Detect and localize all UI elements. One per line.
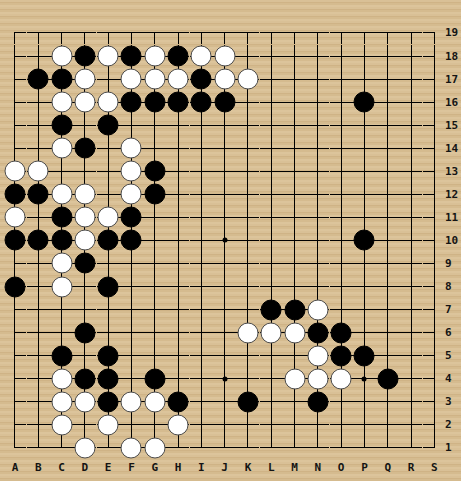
intersection-N18[interactable] xyxy=(306,45,329,68)
intersection-N16[interactable] xyxy=(306,91,329,114)
intersection-R3[interactable] xyxy=(399,390,422,413)
intersection-E15[interactable] xyxy=(97,114,120,137)
intersection-G16[interactable] xyxy=(143,91,166,114)
intersection-B18[interactable] xyxy=(27,45,50,68)
intersection-D7[interactable] xyxy=(73,298,96,321)
intersection-O16[interactable] xyxy=(330,91,353,114)
intersection-B2[interactable] xyxy=(27,413,50,436)
intersection-K18[interactable] xyxy=(236,45,259,68)
intersection-B1[interactable] xyxy=(27,436,50,459)
intersection-M3[interactable] xyxy=(283,390,306,413)
intersection-J10[interactable] xyxy=(213,229,236,252)
intersection-A6[interactable] xyxy=(3,321,26,344)
intersection-P19[interactable] xyxy=(353,21,376,44)
intersection-D9[interactable] xyxy=(73,252,96,275)
intersection-C15[interactable] xyxy=(50,114,73,137)
intersection-E3[interactable] xyxy=(97,390,120,413)
intersection-Q12[interactable] xyxy=(376,183,399,206)
intersection-E11[interactable] xyxy=(97,206,120,229)
intersection-Q3[interactable] xyxy=(376,390,399,413)
intersection-M2[interactable] xyxy=(283,413,306,436)
intersection-M6[interactable] xyxy=(283,321,306,344)
intersection-M10[interactable] xyxy=(283,229,306,252)
intersection-O5[interactable] xyxy=(330,344,353,367)
intersection-F9[interactable] xyxy=(120,252,143,275)
intersection-K14[interactable] xyxy=(236,137,259,160)
intersection-P13[interactable] xyxy=(353,160,376,183)
intersection-F3[interactable] xyxy=(120,390,143,413)
intersection-G4[interactable] xyxy=(143,367,166,390)
intersection-Q18[interactable] xyxy=(376,45,399,68)
intersection-I3[interactable] xyxy=(190,390,213,413)
intersection-K2[interactable] xyxy=(236,413,259,436)
intersection-B16[interactable] xyxy=(27,91,50,114)
intersection-H17[interactable] xyxy=(166,68,189,91)
intersection-N9[interactable] xyxy=(306,252,329,275)
intersection-N6[interactable] xyxy=(306,321,329,344)
intersection-G7[interactable] xyxy=(143,298,166,321)
intersection-N15[interactable] xyxy=(306,114,329,137)
intersection-N3[interactable] xyxy=(306,390,329,413)
intersection-F12[interactable] xyxy=(120,183,143,206)
intersection-N1[interactable] xyxy=(306,436,329,459)
intersection-K7[interactable] xyxy=(236,298,259,321)
intersection-O19[interactable] xyxy=(330,21,353,44)
intersection-N11[interactable] xyxy=(306,206,329,229)
intersection-Q7[interactable] xyxy=(376,298,399,321)
intersection-D11[interactable] xyxy=(73,206,96,229)
intersection-K17[interactable] xyxy=(236,68,259,91)
intersection-C2[interactable] xyxy=(50,413,73,436)
intersection-H10[interactable] xyxy=(166,229,189,252)
intersection-R6[interactable] xyxy=(399,321,422,344)
intersection-M12[interactable] xyxy=(283,183,306,206)
intersection-L7[interactable] xyxy=(260,298,283,321)
intersection-G5[interactable] xyxy=(143,344,166,367)
intersection-N10[interactable] xyxy=(306,229,329,252)
intersection-O6[interactable] xyxy=(330,321,353,344)
intersection-N19[interactable] xyxy=(306,21,329,44)
intersection-M9[interactable] xyxy=(283,252,306,275)
intersection-R15[interactable] xyxy=(399,114,422,137)
intersection-M8[interactable] xyxy=(283,275,306,298)
intersection-C4[interactable] xyxy=(50,367,73,390)
intersection-Q17[interactable] xyxy=(376,68,399,91)
intersection-P12[interactable] xyxy=(353,183,376,206)
intersection-F5[interactable] xyxy=(120,344,143,367)
intersection-K8[interactable] xyxy=(236,275,259,298)
intersection-E8[interactable] xyxy=(97,275,120,298)
intersection-G15[interactable] xyxy=(143,114,166,137)
intersection-C19[interactable] xyxy=(50,21,73,44)
intersection-B11[interactable] xyxy=(27,206,50,229)
intersection-K11[interactable] xyxy=(236,206,259,229)
intersection-O2[interactable] xyxy=(330,413,353,436)
intersection-E18[interactable] xyxy=(97,45,120,68)
intersection-B12[interactable] xyxy=(27,183,50,206)
intersection-C16[interactable] xyxy=(50,91,73,114)
intersection-B19[interactable] xyxy=(27,21,50,44)
intersection-D3[interactable] xyxy=(73,390,96,413)
intersection-R9[interactable] xyxy=(399,252,422,275)
intersection-L12[interactable] xyxy=(260,183,283,206)
intersection-E5[interactable] xyxy=(97,344,120,367)
intersection-C14[interactable] xyxy=(50,137,73,160)
intersection-E14[interactable] xyxy=(97,137,120,160)
intersection-J14[interactable] xyxy=(213,137,236,160)
intersection-Q4[interactable] xyxy=(376,367,399,390)
intersection-I18[interactable] xyxy=(190,45,213,68)
intersection-I15[interactable] xyxy=(190,114,213,137)
intersection-H3[interactable] xyxy=(166,390,189,413)
intersection-I1[interactable] xyxy=(190,436,213,459)
intersection-A11[interactable] xyxy=(3,206,26,229)
intersection-N8[interactable] xyxy=(306,275,329,298)
intersection-D13[interactable] xyxy=(73,160,96,183)
intersection-L9[interactable] xyxy=(260,252,283,275)
intersection-G1[interactable] xyxy=(143,436,166,459)
intersection-E16[interactable] xyxy=(97,91,120,114)
intersection-G13[interactable] xyxy=(143,160,166,183)
intersection-O8[interactable] xyxy=(330,275,353,298)
intersection-G3[interactable] xyxy=(143,390,166,413)
intersection-Q8[interactable] xyxy=(376,275,399,298)
intersection-A8[interactable] xyxy=(3,275,26,298)
intersection-F10[interactable] xyxy=(120,229,143,252)
intersection-D6[interactable] xyxy=(73,321,96,344)
intersection-K5[interactable] xyxy=(236,344,259,367)
intersection-C8[interactable] xyxy=(50,275,73,298)
intersection-I12[interactable] xyxy=(190,183,213,206)
intersection-R16[interactable] xyxy=(399,91,422,114)
intersection-R8[interactable] xyxy=(399,275,422,298)
intersection-B14[interactable] xyxy=(27,137,50,160)
intersection-H15[interactable] xyxy=(166,114,189,137)
intersection-R2[interactable] xyxy=(399,413,422,436)
intersection-G14[interactable] xyxy=(143,137,166,160)
intersection-M4[interactable] xyxy=(283,367,306,390)
intersection-P3[interactable] xyxy=(353,390,376,413)
intersection-J12[interactable] xyxy=(213,183,236,206)
intersection-Q15[interactable] xyxy=(376,114,399,137)
intersection-A16[interactable] xyxy=(3,91,26,114)
intersection-J3[interactable] xyxy=(213,390,236,413)
intersection-L6[interactable] xyxy=(260,321,283,344)
intersection-P5[interactable] xyxy=(353,344,376,367)
intersection-E2[interactable] xyxy=(97,413,120,436)
intersection-J13[interactable] xyxy=(213,160,236,183)
intersection-H6[interactable] xyxy=(166,321,189,344)
intersection-B10[interactable] xyxy=(27,229,50,252)
intersection-P17[interactable] xyxy=(353,68,376,91)
intersection-O18[interactable] xyxy=(330,45,353,68)
intersection-F7[interactable] xyxy=(120,298,143,321)
intersection-R18[interactable] xyxy=(399,45,422,68)
intersection-J6[interactable] xyxy=(213,321,236,344)
intersection-P14[interactable] xyxy=(353,137,376,160)
intersection-E6[interactable] xyxy=(97,321,120,344)
intersection-I6[interactable] xyxy=(190,321,213,344)
intersection-O7[interactable] xyxy=(330,298,353,321)
intersection-K19[interactable] xyxy=(236,21,259,44)
intersection-A3[interactable] xyxy=(3,390,26,413)
intersection-A1[interactable] xyxy=(3,436,26,459)
intersection-N13[interactable] xyxy=(306,160,329,183)
intersection-M14[interactable] xyxy=(283,137,306,160)
intersection-H12[interactable] xyxy=(166,183,189,206)
intersection-Q14[interactable] xyxy=(376,137,399,160)
intersection-I9[interactable] xyxy=(190,252,213,275)
intersection-B17[interactable] xyxy=(27,68,50,91)
intersection-P18[interactable] xyxy=(353,45,376,68)
intersection-I14[interactable] xyxy=(190,137,213,160)
intersection-K12[interactable] xyxy=(236,183,259,206)
intersection-G10[interactable] xyxy=(143,229,166,252)
intersection-B8[interactable] xyxy=(27,275,50,298)
intersection-J15[interactable] xyxy=(213,114,236,137)
intersection-L19[interactable] xyxy=(260,21,283,44)
intersection-H11[interactable] xyxy=(166,206,189,229)
intersection-E7[interactable] xyxy=(97,298,120,321)
intersection-R14[interactable] xyxy=(399,137,422,160)
intersection-K10[interactable] xyxy=(236,229,259,252)
intersection-O3[interactable] xyxy=(330,390,353,413)
intersection-D2[interactable] xyxy=(73,413,96,436)
intersection-C13[interactable] xyxy=(50,160,73,183)
intersection-P7[interactable] xyxy=(353,298,376,321)
intersection-M18[interactable] xyxy=(283,45,306,68)
intersection-A10[interactable] xyxy=(3,229,26,252)
intersection-P10[interactable] xyxy=(353,229,376,252)
intersection-N17[interactable] xyxy=(306,68,329,91)
intersection-M1[interactable] xyxy=(283,436,306,459)
intersection-H1[interactable] xyxy=(166,436,189,459)
intersection-G6[interactable] xyxy=(143,321,166,344)
intersection-H14[interactable] xyxy=(166,137,189,160)
intersection-J4[interactable] xyxy=(213,367,236,390)
intersection-H8[interactable] xyxy=(166,275,189,298)
intersection-O9[interactable] xyxy=(330,252,353,275)
intersection-D4[interactable] xyxy=(73,367,96,390)
intersection-L2[interactable] xyxy=(260,413,283,436)
intersection-E19[interactable] xyxy=(97,21,120,44)
intersection-J18[interactable] xyxy=(213,45,236,68)
intersection-D16[interactable] xyxy=(73,91,96,114)
intersection-B5[interactable] xyxy=(27,344,50,367)
intersection-L1[interactable] xyxy=(260,436,283,459)
intersection-F19[interactable] xyxy=(120,21,143,44)
intersection-N14[interactable] xyxy=(306,137,329,160)
intersection-I11[interactable] xyxy=(190,206,213,229)
intersection-Q10[interactable] xyxy=(376,229,399,252)
intersection-R12[interactable] xyxy=(399,183,422,206)
intersection-G18[interactable] xyxy=(143,45,166,68)
intersection-G8[interactable] xyxy=(143,275,166,298)
intersection-J7[interactable] xyxy=(213,298,236,321)
intersection-R1[interactable] xyxy=(399,436,422,459)
intersection-H13[interactable] xyxy=(166,160,189,183)
intersection-I2[interactable] xyxy=(190,413,213,436)
intersection-A15[interactable] xyxy=(3,114,26,137)
intersection-R19[interactable] xyxy=(399,21,422,44)
intersection-K6[interactable] xyxy=(236,321,259,344)
intersection-E13[interactable] xyxy=(97,160,120,183)
intersection-H19[interactable] xyxy=(166,21,189,44)
intersection-B4[interactable] xyxy=(27,367,50,390)
intersection-G19[interactable] xyxy=(143,21,166,44)
intersection-L18[interactable] xyxy=(260,45,283,68)
intersection-F11[interactable] xyxy=(120,206,143,229)
intersection-K1[interactable] xyxy=(236,436,259,459)
intersection-N7[interactable] xyxy=(306,298,329,321)
intersection-O1[interactable] xyxy=(330,436,353,459)
intersection-F8[interactable] xyxy=(120,275,143,298)
intersection-P4[interactable] xyxy=(353,367,376,390)
intersection-J17[interactable] xyxy=(213,68,236,91)
intersection-A19[interactable] xyxy=(3,21,26,44)
intersection-H2[interactable] xyxy=(166,413,189,436)
intersection-C3[interactable] xyxy=(50,390,73,413)
intersection-D8[interactable] xyxy=(73,275,96,298)
intersection-L4[interactable] xyxy=(260,367,283,390)
intersection-F14[interactable] xyxy=(120,137,143,160)
intersection-L3[interactable] xyxy=(260,390,283,413)
intersection-C17[interactable] xyxy=(50,68,73,91)
intersection-D12[interactable] xyxy=(73,183,96,206)
intersection-L11[interactable] xyxy=(260,206,283,229)
intersection-A17[interactable] xyxy=(3,68,26,91)
intersection-O11[interactable] xyxy=(330,206,353,229)
intersection-C18[interactable] xyxy=(50,45,73,68)
intersection-F1[interactable] xyxy=(120,436,143,459)
intersection-A13[interactable] xyxy=(3,160,26,183)
intersection-Q6[interactable] xyxy=(376,321,399,344)
intersection-L17[interactable] xyxy=(260,68,283,91)
intersection-H9[interactable] xyxy=(166,252,189,275)
intersection-J2[interactable] xyxy=(213,413,236,436)
intersection-B9[interactable] xyxy=(27,252,50,275)
intersection-M19[interactable] xyxy=(283,21,306,44)
intersection-R10[interactable] xyxy=(399,229,422,252)
intersection-I4[interactable] xyxy=(190,367,213,390)
intersection-A5[interactable] xyxy=(3,344,26,367)
intersection-F18[interactable] xyxy=(120,45,143,68)
intersection-J9[interactable] xyxy=(213,252,236,275)
intersection-E17[interactable] xyxy=(97,68,120,91)
intersection-H5[interactable] xyxy=(166,344,189,367)
intersection-N2[interactable] xyxy=(306,413,329,436)
intersection-F13[interactable] xyxy=(120,160,143,183)
intersection-J5[interactable] xyxy=(213,344,236,367)
intersection-B3[interactable] xyxy=(27,390,50,413)
intersection-Q9[interactable] xyxy=(376,252,399,275)
intersection-Q1[interactable] xyxy=(376,436,399,459)
intersection-H7[interactable] xyxy=(166,298,189,321)
intersection-M11[interactable] xyxy=(283,206,306,229)
intersection-J8[interactable] xyxy=(213,275,236,298)
intersection-G17[interactable] xyxy=(143,68,166,91)
intersection-Q2[interactable] xyxy=(376,413,399,436)
intersection-C12[interactable] xyxy=(50,183,73,206)
intersection-P9[interactable] xyxy=(353,252,376,275)
intersection-M15[interactable] xyxy=(283,114,306,137)
intersection-O4[interactable] xyxy=(330,367,353,390)
intersection-E1[interactable] xyxy=(97,436,120,459)
intersection-O13[interactable] xyxy=(330,160,353,183)
intersection-L13[interactable] xyxy=(260,160,283,183)
intersection-D14[interactable] xyxy=(73,137,96,160)
intersection-Q19[interactable] xyxy=(376,21,399,44)
intersection-G12[interactable] xyxy=(143,183,166,206)
intersection-K16[interactable] xyxy=(236,91,259,114)
intersection-P6[interactable] xyxy=(353,321,376,344)
intersection-E10[interactable] xyxy=(97,229,120,252)
intersection-E9[interactable] xyxy=(97,252,120,275)
intersection-I8[interactable] xyxy=(190,275,213,298)
intersection-K13[interactable] xyxy=(236,160,259,183)
intersection-R4[interactable] xyxy=(399,367,422,390)
intersection-F2[interactable] xyxy=(120,413,143,436)
intersection-R17[interactable] xyxy=(399,68,422,91)
intersection-D18[interactable] xyxy=(73,45,96,68)
intersection-J11[interactable] xyxy=(213,206,236,229)
intersection-M5[interactable] xyxy=(283,344,306,367)
intersection-M16[interactable] xyxy=(283,91,306,114)
intersection-K3[interactable] xyxy=(236,390,259,413)
intersection-A4[interactable] xyxy=(3,367,26,390)
intersection-R11[interactable] xyxy=(399,206,422,229)
intersection-O17[interactable] xyxy=(330,68,353,91)
intersection-Q11[interactable] xyxy=(376,206,399,229)
intersection-G2[interactable] xyxy=(143,413,166,436)
intersection-L14[interactable] xyxy=(260,137,283,160)
intersection-E12[interactable] xyxy=(97,183,120,206)
intersection-O14[interactable] xyxy=(330,137,353,160)
intersection-F17[interactable] xyxy=(120,68,143,91)
intersection-I19[interactable] xyxy=(190,21,213,44)
intersection-I10[interactable] xyxy=(190,229,213,252)
intersection-A14[interactable] xyxy=(3,137,26,160)
intersection-D17[interactable] xyxy=(73,68,96,91)
intersection-K9[interactable] xyxy=(236,252,259,275)
intersection-O15[interactable] xyxy=(330,114,353,137)
intersection-M7[interactable] xyxy=(283,298,306,321)
intersection-Q13[interactable] xyxy=(376,160,399,183)
intersection-O12[interactable] xyxy=(330,183,353,206)
intersection-L16[interactable] xyxy=(260,91,283,114)
intersection-B13[interactable] xyxy=(27,160,50,183)
intersection-A2[interactable] xyxy=(3,413,26,436)
intersection-D5[interactable] xyxy=(73,344,96,367)
intersection-G9[interactable] xyxy=(143,252,166,275)
intersection-Q5[interactable] xyxy=(376,344,399,367)
intersection-P11[interactable] xyxy=(353,206,376,229)
intersection-A9[interactable] xyxy=(3,252,26,275)
intersection-I5[interactable] xyxy=(190,344,213,367)
intersection-F6[interactable] xyxy=(120,321,143,344)
intersection-O10[interactable] xyxy=(330,229,353,252)
intersection-I7[interactable] xyxy=(190,298,213,321)
intersection-L8[interactable] xyxy=(260,275,283,298)
intersection-F16[interactable] xyxy=(120,91,143,114)
intersection-R13[interactable] xyxy=(399,160,422,183)
intersection-A12[interactable] xyxy=(3,183,26,206)
intersection-C1[interactable] xyxy=(50,436,73,459)
intersection-D10[interactable] xyxy=(73,229,96,252)
intersection-R7[interactable] xyxy=(399,298,422,321)
intersection-E4[interactable] xyxy=(97,367,120,390)
intersection-B15[interactable] xyxy=(27,114,50,137)
